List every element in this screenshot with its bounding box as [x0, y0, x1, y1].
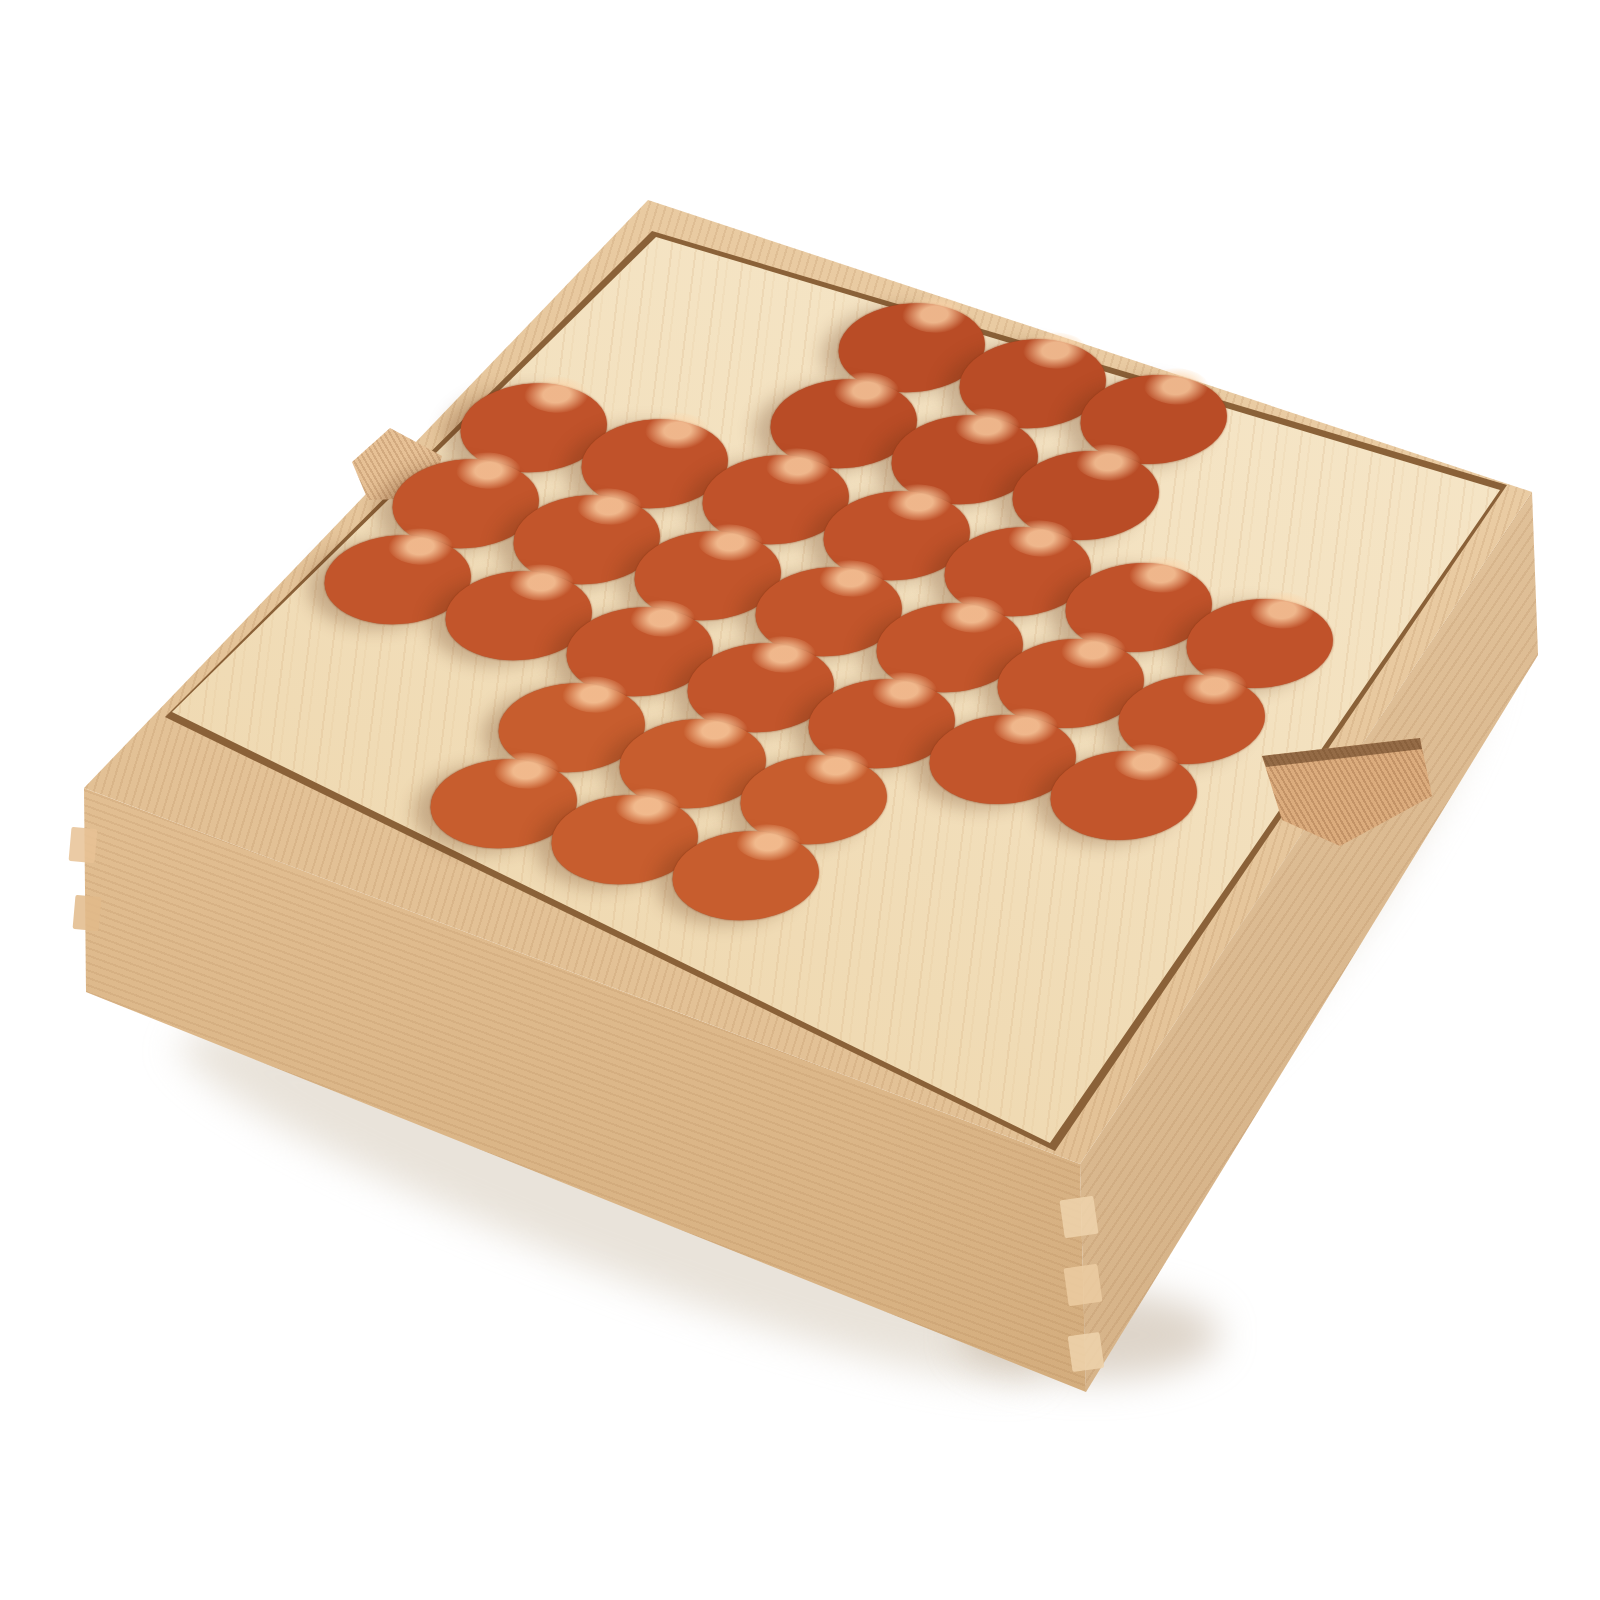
dovetail-joint [1068, 1332, 1105, 1372]
dovetail-joint [69, 827, 98, 863]
dovetail-joint [1064, 1264, 1103, 1306]
product-photo-stage: ●●●●●●●●●●●●●●●●●●●●●●●●●●●●●●●●● [0, 0, 1600, 1600]
dovetail-joint [1060, 1196, 1099, 1238]
dovetail-joint [73, 895, 102, 931]
